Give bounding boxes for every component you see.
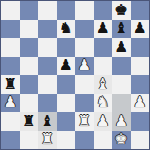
- square-c1[interactable]: ♜: [38, 131, 57, 150]
- square-d8[interactable]: [57, 1, 76, 20]
- square-e4[interactable]: [75, 75, 94, 94]
- square-e3[interactable]: [75, 94, 94, 113]
- square-f8[interactable]: [94, 1, 113, 20]
- white-king-piece[interactable]: ♚: [115, 132, 128, 147]
- square-a8[interactable]: [1, 1, 20, 20]
- square-c8[interactable]: [38, 1, 57, 20]
- square-d1[interactable]: [57, 131, 76, 150]
- square-d7[interactable]: ♞: [57, 20, 76, 39]
- square-a3[interactable]: ♟: [1, 94, 20, 113]
- square-e6[interactable]: [75, 38, 94, 57]
- white-rook-piece[interactable]: ♜: [78, 113, 91, 128]
- square-c7[interactable]: [38, 20, 57, 39]
- square-d3[interactable]: [57, 94, 76, 113]
- square-h3[interactable]: ♟: [131, 94, 150, 113]
- square-b3[interactable]: [20, 94, 39, 113]
- square-d2[interactable]: [57, 112, 76, 131]
- white-knight-piece[interactable]: ♞: [96, 95, 109, 110]
- black-pawn-piece[interactable]: ♟: [115, 39, 128, 54]
- white-pawn-piece[interactable]: ♟: [133, 95, 146, 110]
- square-c6[interactable]: [38, 38, 57, 57]
- square-h1[interactable]: [131, 131, 150, 150]
- square-b6[interactable]: [20, 38, 39, 57]
- square-b5[interactable]: [20, 57, 39, 76]
- black-knight-piece[interactable]: ♞: [59, 21, 72, 36]
- square-e5[interactable]: ♟: [75, 57, 94, 76]
- black-pawn-piece[interactable]: ♟: [133, 21, 146, 36]
- black-king-piece[interactable]: ♚: [115, 2, 128, 17]
- chess-board: ♚♞♟♝♟♟♟♟♜♝♟♞♟♜♝♜♟♟♜♚: [0, 0, 150, 150]
- white-bishop-piece[interactable]: ♝: [96, 76, 109, 91]
- square-f1[interactable]: [94, 131, 113, 150]
- square-f2[interactable]: ♟: [94, 112, 113, 131]
- black-bishop-piece[interactable]: ♝: [115, 21, 128, 36]
- square-e7[interactable]: [75, 20, 94, 39]
- square-h4[interactable]: [131, 75, 150, 94]
- square-c5[interactable]: [38, 57, 57, 76]
- square-b2[interactable]: ♜: [20, 112, 39, 131]
- square-f4[interactable]: ♝: [94, 75, 113, 94]
- square-b8[interactable]: [20, 1, 39, 20]
- square-h6[interactable]: [131, 38, 150, 57]
- square-f3[interactable]: ♞: [94, 94, 113, 113]
- square-a1[interactable]: [1, 131, 20, 150]
- square-f7[interactable]: ♟: [94, 20, 113, 39]
- square-a2[interactable]: [1, 112, 20, 131]
- square-h5[interactable]: [131, 57, 150, 76]
- square-g6[interactable]: ♟: [112, 38, 131, 57]
- square-g5[interactable]: [112, 57, 131, 76]
- square-g7[interactable]: ♝: [112, 20, 131, 39]
- square-a5[interactable]: [1, 57, 20, 76]
- square-d5[interactable]: ♟: [57, 57, 76, 76]
- square-b1[interactable]: [20, 131, 39, 150]
- square-b7[interactable]: [20, 20, 39, 39]
- square-c4[interactable]: [38, 75, 57, 94]
- square-b4[interactable]: [20, 75, 39, 94]
- black-rook-piece[interactable]: ♜: [22, 113, 35, 128]
- white-rook-piece[interactable]: ♜: [41, 132, 54, 147]
- square-a6[interactable]: [1, 38, 20, 57]
- black-pawn-piece[interactable]: ♟: [59, 58, 72, 73]
- square-a4[interactable]: ♜: [1, 75, 20, 94]
- square-d6[interactable]: [57, 38, 76, 57]
- square-a7[interactable]: [1, 20, 20, 39]
- square-g8[interactable]: ♚: [112, 1, 131, 20]
- square-g4[interactable]: [112, 75, 131, 94]
- square-h8[interactable]: [131, 1, 150, 20]
- white-pawn-piece[interactable]: ♟: [115, 113, 128, 128]
- square-f5[interactable]: [94, 57, 113, 76]
- square-g1[interactable]: ♚: [112, 131, 131, 150]
- square-e8[interactable]: [75, 1, 94, 20]
- black-bishop-piece[interactable]: ♝: [41, 113, 54, 128]
- square-h2[interactable]: [131, 112, 150, 131]
- square-c2[interactable]: ♝: [38, 112, 57, 131]
- square-e1[interactable]: [75, 131, 94, 150]
- white-pawn-piece[interactable]: ♟: [78, 58, 91, 73]
- square-g2[interactable]: ♟: [112, 112, 131, 131]
- square-h7[interactable]: ♟: [131, 20, 150, 39]
- black-pawn-piece[interactable]: ♟: [96, 21, 109, 36]
- square-f6[interactable]: [94, 38, 113, 57]
- black-rook-piece[interactable]: ♜: [4, 76, 17, 91]
- white-pawn-piece[interactable]: ♟: [96, 113, 109, 128]
- square-g3[interactable]: [112, 94, 131, 113]
- square-e2[interactable]: ♜: [75, 112, 94, 131]
- square-d4[interactable]: [57, 75, 76, 94]
- square-c3[interactable]: [38, 94, 57, 113]
- white-pawn-piece[interactable]: ♟: [4, 95, 17, 110]
